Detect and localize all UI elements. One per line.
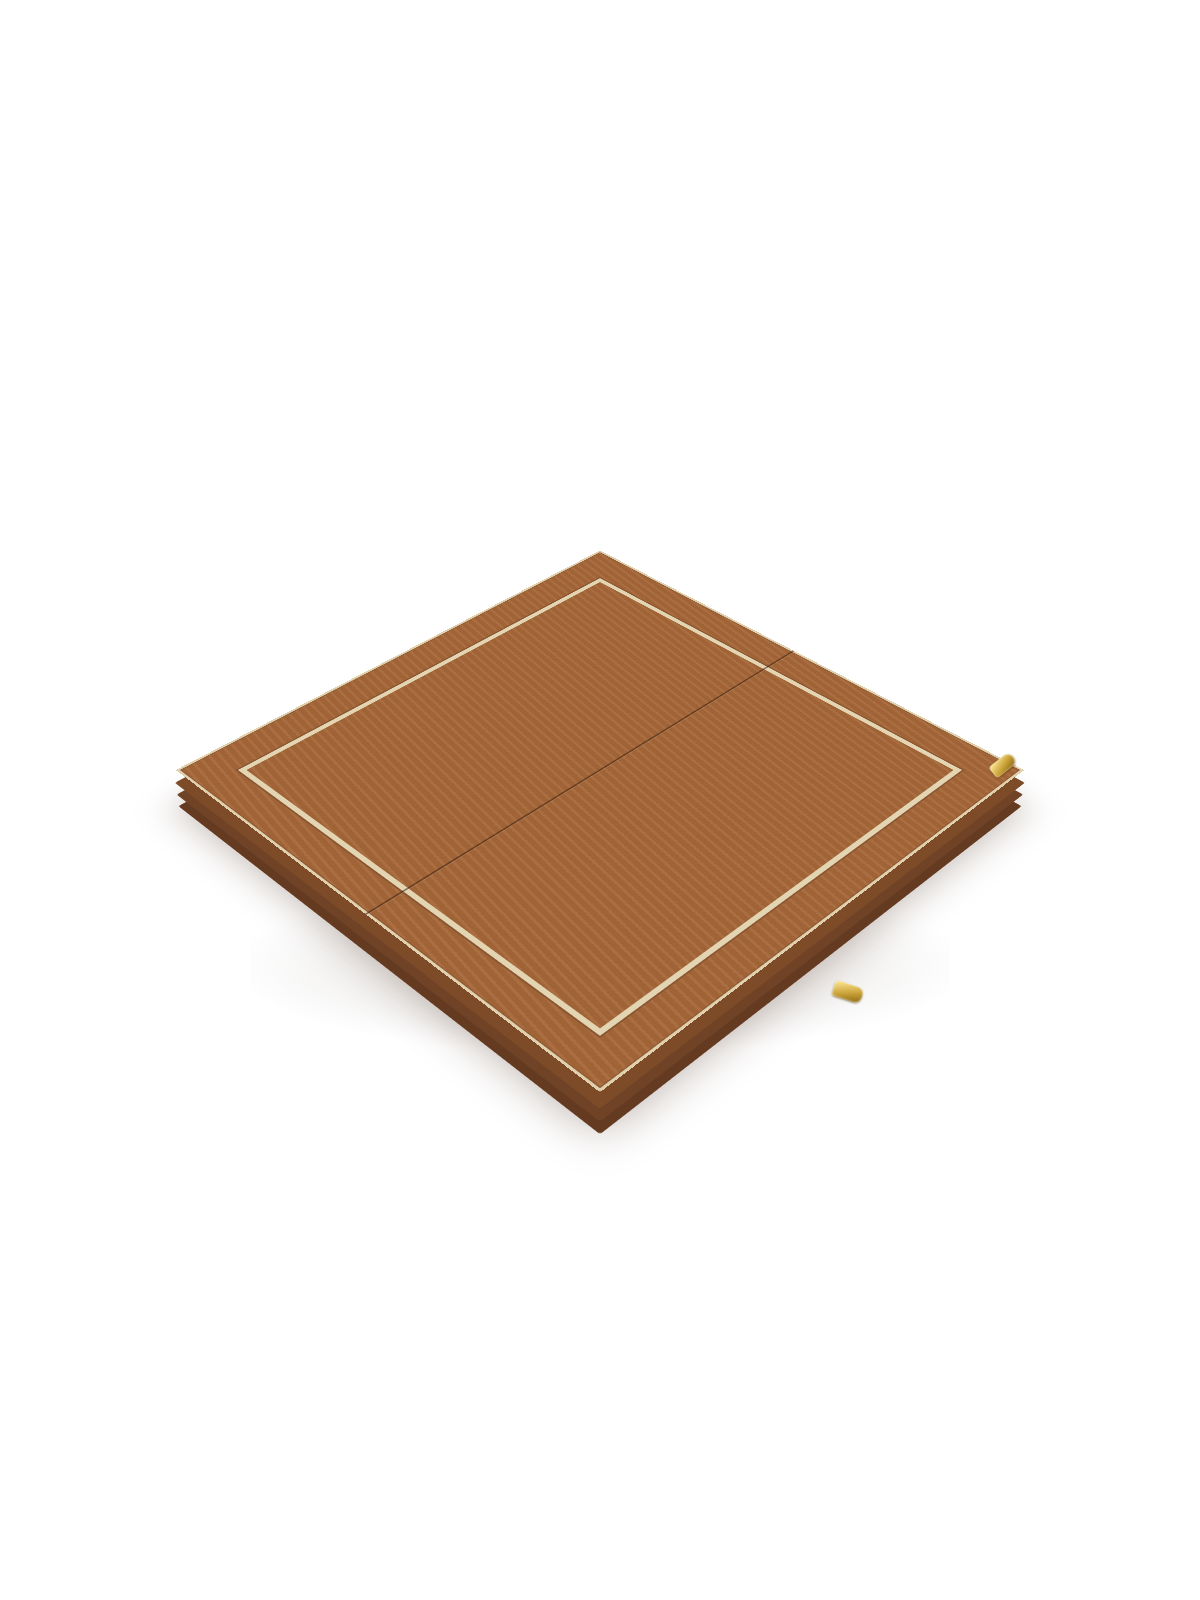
board-top-surface bbox=[176, 550, 1025, 1092]
playing-grid bbox=[246, 582, 953, 1028]
chessboard-scene bbox=[300, 470, 900, 1070]
chessboard-3d bbox=[176, 550, 1025, 1092]
